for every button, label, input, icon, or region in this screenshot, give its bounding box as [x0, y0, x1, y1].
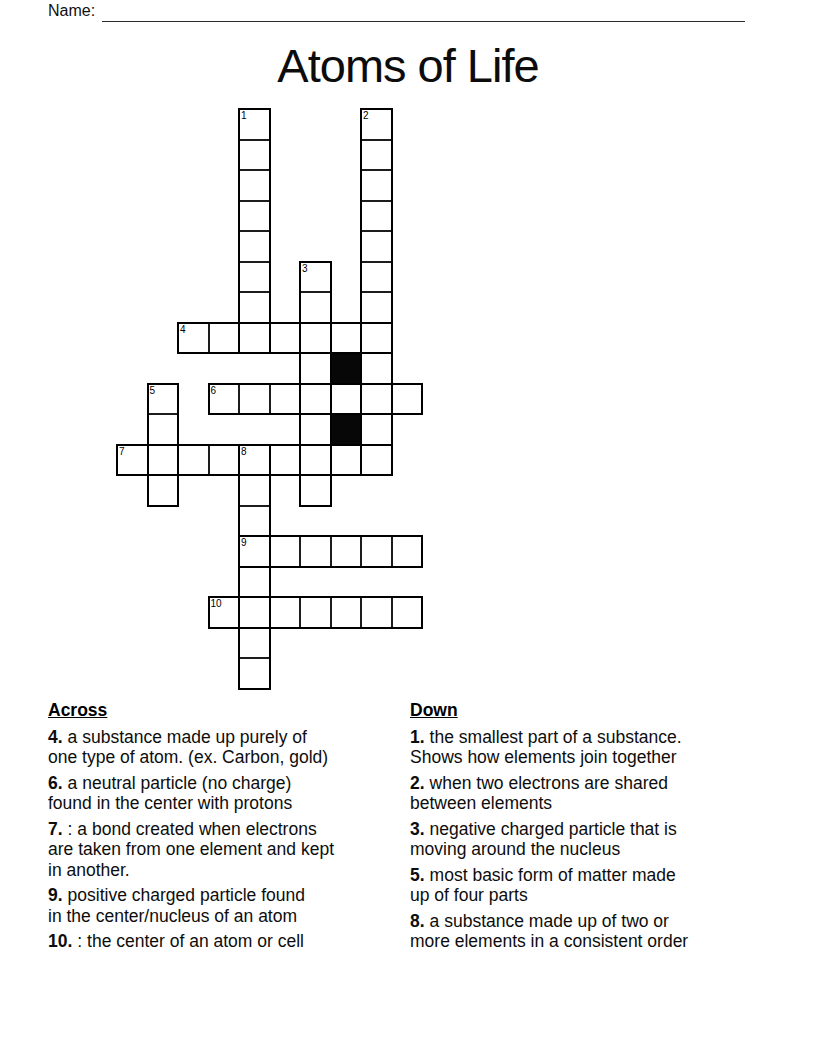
grid-cell[interactable] — [361, 414, 392, 445]
clue-across-6: 6.a neutral particle (no charge) found i… — [48, 773, 413, 814]
grid-number-9: 9 — [241, 537, 247, 548]
grid-cell[interactable] — [361, 384, 392, 415]
grid-cell[interactable] — [239, 475, 270, 506]
grid-cell[interactable] — [148, 414, 179, 445]
grid-cell[interactable] — [392, 536, 423, 567]
grid-cell[interactable] — [239, 506, 270, 537]
clue-text: a substance made up of two or more eleme… — [410, 911, 688, 952]
grid-cell[interactable] — [239, 231, 270, 262]
clue-text: a substance made up purely of one type o… — [48, 727, 328, 768]
grid-cell[interactable] — [300, 323, 331, 354]
clue-across-4: 4.a substance made up purely of one type… — [48, 727, 413, 768]
grid-cell[interactable] — [361, 353, 392, 384]
grid-cell[interactable]: 3 — [300, 262, 331, 293]
grid-cell[interactable] — [361, 262, 392, 293]
page-title: Atoms of Life — [0, 38, 816, 93]
grid-cell[interactable] — [270, 445, 301, 476]
across-clues: Across 4.a substance made up purely of o… — [48, 700, 413, 957]
clue-number: 6. — [48, 773, 63, 793]
clue-text: : a bond created when electrons are take… — [48, 819, 334, 880]
black-cell — [331, 414, 362, 445]
grid-cell[interactable] — [270, 597, 301, 628]
grid-cell[interactable] — [300, 292, 331, 323]
grid-cell[interactable] — [270, 536, 301, 567]
name-label: Name: — [48, 2, 95, 19]
grid-cell[interactable] — [361, 597, 392, 628]
grid-cell[interactable]: 7 — [117, 445, 148, 476]
grid-cell[interactable] — [148, 475, 179, 506]
grid-cell[interactable] — [300, 384, 331, 415]
grid-cell[interactable] — [239, 262, 270, 293]
clue-down-5: 5.most basic form of matter made up of f… — [410, 865, 810, 906]
grid-cell[interactable] — [239, 323, 270, 354]
clue-text: : the center of an atom or cell — [77, 931, 304, 951]
grid-cell[interactable] — [392, 384, 423, 415]
clue-number: 8. — [410, 911, 425, 931]
crossword-grid: 12345678910 — [117, 109, 422, 689]
grid-cell[interactable] — [361, 323, 392, 354]
clue-text: the smallest part of a substance. Shows … — [410, 727, 682, 768]
grid-cell[interactable] — [361, 292, 392, 323]
grid-cell[interactable] — [239, 597, 270, 628]
grid-cell[interactable] — [331, 536, 362, 567]
grid-cell[interactable] — [209, 323, 240, 354]
grid-number-4: 4 — [180, 324, 186, 335]
grid-cell[interactable] — [209, 445, 240, 476]
worksheet-page: Name: Atoms of Life 12345678910 Across 4… — [0, 0, 816, 1056]
clue-text: when two electrons are shared between el… — [410, 773, 668, 814]
clue-number: 10. — [48, 931, 72, 951]
black-cell — [331, 353, 362, 384]
clue-down-3: 3.negative charged particle that is movi… — [410, 819, 810, 860]
down-clues: Down 1.the smallest part of a substance.… — [410, 700, 810, 957]
grid-number-10: 10 — [211, 598, 222, 609]
clue-across-9: 9.positive charged particle found in the… — [48, 885, 413, 926]
grid-cell[interactable] — [239, 140, 270, 171]
grid-number-2: 2 — [363, 110, 369, 121]
grid-number-3: 3 — [302, 263, 308, 274]
grid-cell[interactable] — [300, 597, 331, 628]
clue-number: 7. — [48, 819, 63, 839]
grid-cell[interactable] — [239, 567, 270, 598]
grid-cell[interactable]: 1 — [239, 109, 270, 140]
clue-across-7: 7.: a bond created when electrons are ta… — [48, 819, 413, 881]
grid-cell[interactable] — [239, 292, 270, 323]
grid-cell[interactable] — [270, 323, 301, 354]
grid-number-8: 8 — [241, 446, 247, 457]
grid-cell[interactable] — [178, 445, 209, 476]
grid-cell[interactable] — [331, 323, 362, 354]
grid-cell[interactable] — [331, 597, 362, 628]
grid-cell[interactable] — [239, 384, 270, 415]
grid-cell[interactable] — [300, 445, 331, 476]
clue-number: 5. — [410, 865, 425, 885]
grid-cell[interactable] — [392, 597, 423, 628]
grid-cell[interactable] — [361, 536, 392, 567]
grid-cell[interactable]: 10 — [209, 597, 240, 628]
clue-text: positive charged particle found in the c… — [48, 885, 305, 926]
grid-cell[interactable] — [361, 140, 392, 171]
grid-cell[interactable] — [361, 201, 392, 232]
grid-cell[interactable] — [331, 445, 362, 476]
clue-text: a neutral particle (no charge) found in … — [48, 773, 292, 814]
grid-number-6: 6 — [211, 385, 217, 396]
across-header: Across — [48, 700, 413, 721]
grid-cell[interactable]: 2 — [361, 109, 392, 140]
clue-down-2: 2.when two electrons are shared between … — [410, 773, 810, 814]
clue-number: 2. — [410, 773, 425, 793]
grid-cell[interactable] — [361, 231, 392, 262]
grid-cell[interactable] — [331, 384, 362, 415]
clue-text: most basic form of matter made up of fou… — [410, 865, 676, 906]
grid-cell[interactable]: 6 — [209, 384, 240, 415]
grid-cell[interactable] — [361, 445, 392, 476]
grid-number-5: 5 — [150, 385, 156, 396]
grid-number-7: 7 — [119, 446, 125, 457]
grid-cell[interactable]: 8 — [239, 445, 270, 476]
grid-cell[interactable] — [239, 658, 270, 689]
down-header: Down — [410, 700, 810, 721]
name-input-line[interactable] — [102, 2, 745, 22]
grid-cell[interactable] — [300, 414, 331, 445]
grid-cell[interactable] — [361, 170, 392, 201]
grid-cell[interactable] — [148, 445, 179, 476]
name-row: Name: — [48, 2, 748, 24]
grid-cell[interactable]: 9 — [239, 536, 270, 567]
clue-down-8: 8.a substance made up of two or more ele… — [410, 911, 810, 952]
clue-number: 1. — [410, 727, 425, 747]
clue-text: negative charged particle that is moving… — [410, 819, 677, 860]
grid-cell[interactable]: 5 — [148, 384, 179, 415]
grid-cell[interactable]: 4 — [178, 323, 209, 354]
grid-cell[interactable] — [300, 536, 331, 567]
clue-number: 9. — [48, 885, 63, 905]
clue-down-1: 1.the smallest part of a substance. Show… — [410, 727, 810, 768]
grid-cell[interactable] — [300, 475, 331, 506]
clue-number: 4. — [48, 727, 63, 747]
grid-cell[interactable] — [239, 170, 270, 201]
grid-cell[interactable] — [300, 353, 331, 384]
grid-cell[interactable] — [239, 201, 270, 232]
clue-number: 3. — [410, 819, 425, 839]
grid-cell[interactable] — [270, 384, 301, 415]
grid-cell[interactable] — [239, 628, 270, 659]
grid-number-1: 1 — [241, 110, 247, 121]
clue-across-10: 10.: the center of an atom or cell — [48, 931, 413, 952]
